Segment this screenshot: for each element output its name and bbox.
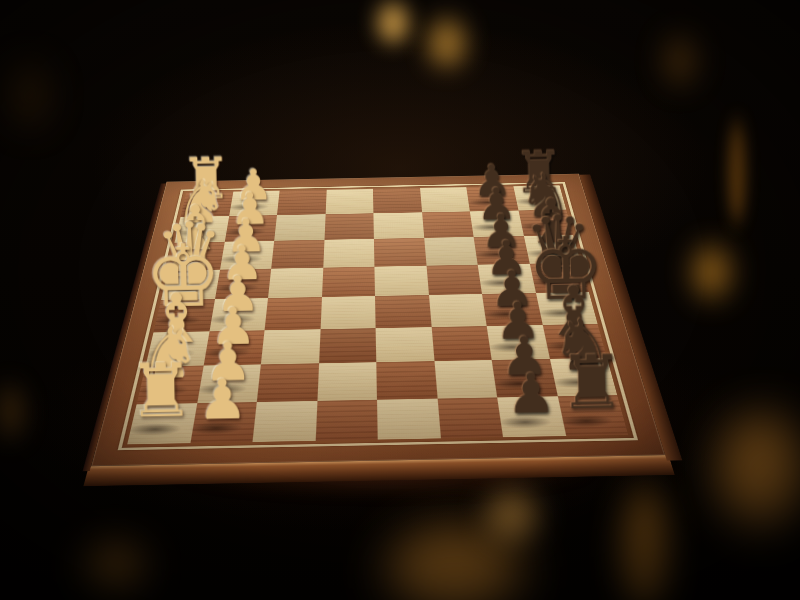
board-perspective-wrapper: ♜♟♟♜♞♟♟♞♝♟♟♝♛♟♟♛♚♟♟♚♝♟♟♝♞♟♟♞♜♟♟♜ (130, 51, 619, 540)
square-a3[interactable] (277, 190, 326, 215)
square-a4[interactable] (325, 189, 373, 214)
square-a8[interactable] (513, 185, 566, 210)
square-c4[interactable] (323, 239, 375, 268)
square-c6[interactable] (424, 237, 478, 266)
square-a5[interactable] (373, 188, 422, 213)
square-b2[interactable] (224, 215, 277, 242)
square-b3[interactable] (274, 214, 325, 241)
piece-black-rook-h8[interactable]: ♜ (546, 345, 640, 420)
square-a7[interactable] (466, 186, 518, 211)
square-c5[interactable] (374, 238, 426, 267)
square-d5[interactable] (374, 265, 428, 296)
square-c3[interactable] (271, 240, 324, 269)
square-b7[interactable] (470, 210, 524, 237)
bokeh-blur-4 (680, 227, 744, 317)
chess-photo-stage: ♜♟♟♜♞♟♟♞♝♟♟♝♛♟♟♛♚♟♟♚♝♟♟♝♞♟♟♞♜♟♟♜ (0, 0, 800, 600)
square-a1[interactable] (181, 192, 233, 217)
piece-white-pawn-h2[interactable]: ♟ (176, 370, 269, 427)
bokeh-blur-2 (652, 17, 708, 103)
chessboard[interactable]: ♜♟♟♜♞♟♟♞♝♟♟♝♛♟♟♛♚♟♟♚♝♟♟♝♞♟♟♞♜♟♟♜ (91, 174, 665, 466)
square-b6[interactable] (422, 211, 474, 238)
square-a6[interactable] (420, 187, 470, 212)
square-a2[interactable] (229, 191, 280, 216)
square-b5[interactable] (373, 212, 423, 239)
square-d4[interactable] (322, 266, 375, 297)
square-b4[interactable] (324, 213, 374, 240)
